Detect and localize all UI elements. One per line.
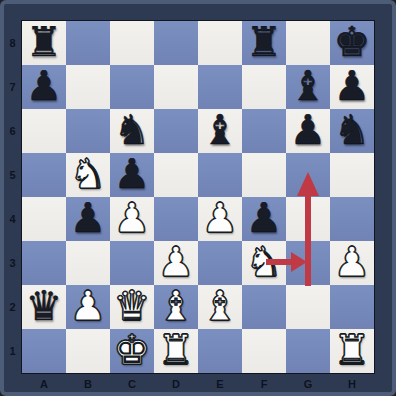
black-piece-p-g6[interactable]: ♟	[286, 109, 330, 153]
square-g1[interactable]	[286, 329, 330, 373]
rank-label-5: 5	[5, 153, 20, 197]
square-a5[interactable]	[22, 153, 66, 197]
square-a1[interactable]	[22, 329, 66, 373]
square-h1[interactable]: ♜	[330, 329, 374, 373]
square-b3[interactable]	[66, 241, 110, 285]
square-f4[interactable]: ♟	[242, 197, 286, 241]
rank-label-4: 4	[5, 197, 20, 241]
square-c2[interactable]: ♛	[110, 285, 154, 329]
square-b2[interactable]: ♟	[66, 285, 110, 329]
square-c7[interactable]	[110, 65, 154, 109]
square-g8[interactable]	[286, 21, 330, 65]
square-c8[interactable]	[110, 21, 154, 65]
square-a3[interactable]	[22, 241, 66, 285]
file-label-a: A	[22, 374, 66, 393]
square-f7[interactable]	[242, 65, 286, 109]
square-a4[interactable]	[22, 197, 66, 241]
black-piece-p-b4[interactable]: ♟	[66, 197, 110, 241]
white-piece-n-f3[interactable]: ♞	[242, 241, 286, 285]
white-piece-r-d1[interactable]: ♜	[154, 329, 198, 373]
file-label-g: G	[286, 374, 330, 393]
square-b4[interactable]: ♟	[66, 197, 110, 241]
square-e7[interactable]	[198, 65, 242, 109]
square-f5[interactable]	[242, 153, 286, 197]
square-c4[interactable]: ♟	[110, 197, 154, 241]
black-piece-k-h8[interactable]: ♚	[330, 21, 374, 65]
square-h3[interactable]: ♟	[330, 241, 374, 285]
square-d1[interactable]: ♜	[154, 329, 198, 373]
white-piece-p-c4[interactable]: ♟	[110, 197, 154, 241]
black-piece-q-a2[interactable]: ♛	[22, 285, 66, 329]
square-g2[interactable]	[286, 285, 330, 329]
file-label-f: F	[242, 374, 286, 393]
square-b6[interactable]	[66, 109, 110, 153]
square-c3[interactable]	[110, 241, 154, 285]
white-piece-p-d3[interactable]: ♟	[154, 241, 198, 285]
black-piece-p-c5[interactable]: ♟	[110, 153, 154, 197]
square-e8[interactable]	[198, 21, 242, 65]
square-f8[interactable]: ♜	[242, 21, 286, 65]
black-piece-r-a8[interactable]: ♜	[22, 21, 66, 65]
square-e5[interactable]	[198, 153, 242, 197]
square-a8[interactable]: ♜	[22, 21, 66, 65]
square-h7[interactable]: ♟	[330, 65, 374, 109]
rank-label-6: 6	[5, 109, 20, 153]
white-piece-p-b2[interactable]: ♟	[66, 285, 110, 329]
square-c5[interactable]: ♟	[110, 153, 154, 197]
square-h8[interactable]: ♚	[330, 21, 374, 65]
square-c1[interactable]: ♚	[110, 329, 154, 373]
black-piece-b-g7[interactable]: ♝	[286, 65, 330, 109]
square-e4[interactable]: ♟	[198, 197, 242, 241]
rank-label-1: 1	[5, 329, 20, 373]
square-d7[interactable]	[154, 65, 198, 109]
square-d6[interactable]	[154, 109, 198, 153]
square-e3[interactable]	[198, 241, 242, 285]
file-label-h: H	[330, 374, 374, 393]
square-g3[interactable]	[286, 241, 330, 285]
square-a7[interactable]: ♟	[22, 65, 66, 109]
square-g6[interactable]: ♟	[286, 109, 330, 153]
white-piece-p-h3[interactable]: ♟	[330, 241, 374, 285]
black-piece-p-f4[interactable]: ♟	[242, 197, 286, 241]
square-a2[interactable]: ♛	[22, 285, 66, 329]
square-d8[interactable]	[154, 21, 198, 65]
rank-label-3: 3	[5, 241, 20, 285]
file-label-e: E	[198, 374, 242, 393]
black-piece-r-f8[interactable]: ♜	[242, 21, 286, 65]
file-label-c: C	[110, 374, 154, 393]
square-h6[interactable]: ♞	[330, 109, 374, 153]
square-b5[interactable]: ♞	[66, 153, 110, 197]
square-b7[interactable]	[66, 65, 110, 109]
file-label-b: B	[66, 374, 110, 393]
rank-label-8: 8	[5, 21, 20, 65]
white-piece-n-b5[interactable]: ♞	[66, 153, 110, 197]
square-e1[interactable]	[198, 329, 242, 373]
square-e2[interactable]: ♝	[198, 285, 242, 329]
file-label-d: D	[154, 374, 198, 393]
black-piece-p-h7[interactable]: ♟	[330, 65, 374, 109]
white-piece-r-h1[interactable]: ♜	[330, 329, 374, 373]
square-f6[interactable]	[242, 109, 286, 153]
square-f3[interactable]: ♞	[242, 241, 286, 285]
white-piece-b-e2[interactable]: ♝	[198, 285, 242, 329]
square-f2[interactable]	[242, 285, 286, 329]
chess-diagram: ♜♜♚♟♝♟♞♝♟♞♞♟♟♟♟♟♟♞♟♛♟♛♝♝♚♜♜ 87654321 ABC…	[0, 0, 396, 396]
square-d4[interactable]	[154, 197, 198, 241]
square-h5[interactable]	[330, 153, 374, 197]
square-c6[interactable]: ♞	[110, 109, 154, 153]
white-piece-k-c1[interactable]: ♚	[110, 329, 154, 373]
square-d5[interactable]	[154, 153, 198, 197]
square-g5[interactable]	[286, 153, 330, 197]
square-a6[interactable]	[22, 109, 66, 153]
black-piece-n-h6[interactable]: ♞	[330, 109, 374, 153]
square-e6[interactable]: ♝	[198, 109, 242, 153]
square-f1[interactable]	[242, 329, 286, 373]
white-piece-b-d2[interactable]: ♝	[154, 285, 198, 329]
square-d3[interactable]: ♟	[154, 241, 198, 285]
square-b1[interactable]	[66, 329, 110, 373]
rank-label-2: 2	[5, 285, 20, 329]
square-d2[interactable]: ♝	[154, 285, 198, 329]
black-piece-p-a7[interactable]: ♟	[22, 65, 66, 109]
black-piece-n-c6[interactable]: ♞	[110, 109, 154, 153]
chess-board: ♜♜♚♟♝♟♞♝♟♞♞♟♟♟♟♟♟♞♟♛♟♛♝♝♚♜♜	[21, 20, 375, 374]
square-h4[interactable]	[330, 197, 374, 241]
square-h2[interactable]	[330, 285, 374, 329]
square-g4[interactable]	[286, 197, 330, 241]
square-b8[interactable]	[66, 21, 110, 65]
white-piece-p-e4[interactable]: ♟	[198, 197, 242, 241]
white-piece-q-c2[interactable]: ♛	[110, 285, 154, 329]
black-piece-b-e6[interactable]: ♝	[198, 109, 242, 153]
square-g7[interactable]: ♝	[286, 65, 330, 109]
rank-label-7: 7	[5, 65, 20, 109]
